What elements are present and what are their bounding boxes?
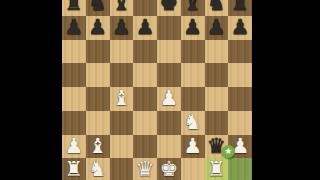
best-move-star-badge: ★ xyxy=(222,145,235,158)
black-pawn: ♟ xyxy=(62,16,86,40)
square-e2[interactable] xyxy=(157,135,181,159)
square-h6[interactable] xyxy=(228,40,252,64)
black-pawn: ♟ xyxy=(205,16,229,40)
white-rook: ♜ xyxy=(205,158,229,180)
square-a1[interactable]: ♜ xyxy=(62,158,86,180)
square-g7[interactable]: ♟ xyxy=(205,16,229,40)
square-g5[interactable] xyxy=(205,63,229,87)
square-g8[interactable]: ♞ xyxy=(205,0,229,16)
square-c8[interactable]: ♝ xyxy=(110,0,134,16)
square-b2[interactable]: ♝ xyxy=(86,135,110,159)
square-h3[interactable] xyxy=(228,111,252,135)
white-pawn: ♟ xyxy=(157,87,181,111)
square-f2[interactable]: ♟ xyxy=(181,135,205,159)
square-c3[interactable] xyxy=(110,111,134,135)
black-rook: ♜ xyxy=(62,0,86,16)
square-b8[interactable]: ♞ xyxy=(86,0,110,16)
black-king: ♚ xyxy=(157,0,181,16)
square-b1[interactable]: ♞ xyxy=(86,158,110,180)
square-d5[interactable] xyxy=(133,63,157,87)
square-a2[interactable]: ♟ xyxy=(62,135,86,159)
square-e8[interactable]: ♚ xyxy=(157,0,181,16)
square-a6[interactable] xyxy=(62,40,86,64)
black-pawn: ♟ xyxy=(181,16,205,40)
white-queen: ♛ xyxy=(133,158,157,180)
square-h1[interactable] xyxy=(228,158,252,180)
square-a4[interactable] xyxy=(62,87,86,111)
white-bishop: ♝ xyxy=(86,135,110,159)
black-bishop: ♝ xyxy=(110,0,134,16)
square-b4[interactable] xyxy=(86,87,110,111)
letterbox-left xyxy=(0,0,62,180)
square-g6[interactable] xyxy=(205,40,229,64)
square-h5[interactable] xyxy=(228,63,252,87)
black-pawn: ♟ xyxy=(86,16,110,40)
letterbox-right xyxy=(252,0,320,180)
square-g3[interactable] xyxy=(205,111,229,135)
square-a5[interactable] xyxy=(62,63,86,87)
chess-board[interactable]: ♜♞♝♚♝♞♜♟♟♟♟♟♟♟♝♟♞♟♝♟♛♟♜♞♛♚♜★ xyxy=(62,0,252,180)
square-c4[interactable]: ♝ xyxy=(110,87,134,111)
black-knight: ♞ xyxy=(86,0,110,16)
white-bishop: ♝ xyxy=(110,87,134,111)
square-c2[interactable] xyxy=(110,135,134,159)
square-f5[interactable] xyxy=(181,63,205,87)
black-rook: ♜ xyxy=(228,0,252,16)
square-d4[interactable] xyxy=(133,87,157,111)
square-g4[interactable] xyxy=(205,87,229,111)
square-f7[interactable]: ♟ xyxy=(181,16,205,40)
square-b6[interactable] xyxy=(86,40,110,64)
square-b5[interactable] xyxy=(86,63,110,87)
square-a3[interactable] xyxy=(62,111,86,135)
black-pawn: ♟ xyxy=(228,16,252,40)
video-frame: ♜♞♝♚♝♞♜♟♟♟♟♟♟♟♝♟♞♟♝♟♛♟♜♞♛♚♜★ xyxy=(0,0,320,180)
square-e4[interactable]: ♟ xyxy=(157,87,181,111)
square-d6[interactable] xyxy=(133,40,157,64)
white-pawn: ♟ xyxy=(181,135,205,159)
black-bishop: ♝ xyxy=(181,0,205,16)
square-d1[interactable]: ♛ xyxy=(133,158,157,180)
square-g1[interactable]: ♜ xyxy=(205,158,229,180)
star-icon: ★ xyxy=(224,145,232,158)
square-a7[interactable]: ♟ xyxy=(62,16,86,40)
square-e6[interactable] xyxy=(157,40,181,64)
white-king: ♚ xyxy=(157,158,181,180)
square-f1[interactable] xyxy=(181,158,205,180)
square-b7[interactable]: ♟ xyxy=(86,16,110,40)
square-e3[interactable] xyxy=(157,111,181,135)
black-pawn: ♟ xyxy=(133,16,157,40)
square-c5[interactable] xyxy=(110,63,134,87)
square-h7[interactable]: ♟ xyxy=(228,16,252,40)
square-e7[interactable] xyxy=(157,16,181,40)
square-e5[interactable] xyxy=(157,63,181,87)
white-knight: ♞ xyxy=(86,158,110,180)
square-c1[interactable] xyxy=(110,158,134,180)
square-a8[interactable]: ♜ xyxy=(62,0,86,16)
square-c7[interactable]: ♟ xyxy=(110,16,134,40)
square-f4[interactable] xyxy=(181,87,205,111)
square-d2[interactable] xyxy=(133,135,157,159)
square-d7[interactable]: ♟ xyxy=(133,16,157,40)
square-b3[interactable] xyxy=(86,111,110,135)
square-e1[interactable]: ♚ xyxy=(157,158,181,180)
square-h8[interactable]: ♜ xyxy=(228,0,252,16)
square-c6[interactable] xyxy=(110,40,134,64)
square-d3[interactable] xyxy=(133,111,157,135)
square-f6[interactable] xyxy=(181,40,205,64)
square-f8[interactable]: ♝ xyxy=(181,0,205,16)
black-pawn: ♟ xyxy=(110,16,134,40)
white-knight: ♞ xyxy=(181,111,205,135)
white-pawn: ♟ xyxy=(62,135,86,159)
square-f3[interactable]: ♞ xyxy=(181,111,205,135)
white-rook: ♜ xyxy=(62,158,86,180)
square-d8[interactable] xyxy=(133,0,157,16)
square-h4[interactable] xyxy=(228,87,252,111)
black-knight: ♞ xyxy=(205,0,229,16)
